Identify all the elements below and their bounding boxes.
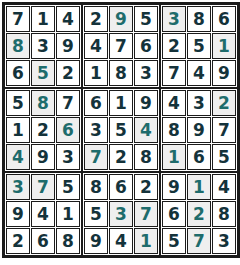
cell-r3c5[interactable]: 8 xyxy=(109,60,133,86)
cell-r2c7[interactable]: 2 xyxy=(162,33,186,59)
cell-r8c4[interactable]: 5 xyxy=(84,201,108,227)
cell-r4c2[interactable]: 8 xyxy=(31,90,55,116)
cell-r9c9[interactable]: 3 xyxy=(212,228,236,254)
cell-r3c9[interactable]: 9 xyxy=(212,60,236,86)
cell-r5c7[interactable]: 8 xyxy=(162,117,186,143)
cell-r7c1[interactable]: 3 xyxy=(6,174,30,200)
cell-r5c5[interactable]: 5 xyxy=(109,117,133,143)
cell-r2c1[interactable]: 8 xyxy=(6,33,30,59)
cell-r6c3[interactable]: 3 xyxy=(56,144,80,170)
cell-r8c9[interactable]: 8 xyxy=(212,201,236,227)
cell-r2c6[interactable]: 6 xyxy=(134,33,158,59)
cell-r8c8[interactable]: 2 xyxy=(187,201,211,227)
cell-r5c2[interactable]: 2 xyxy=(31,117,55,143)
cell-r9c8[interactable]: 7 xyxy=(187,228,211,254)
cell-r3c8[interactable]: 4 xyxy=(187,60,211,86)
cell-r3c4[interactable]: 1 xyxy=(84,60,108,86)
cell-r2c5[interactable]: 7 xyxy=(109,33,133,59)
box-6: 432897165 xyxy=(161,89,237,171)
cell-r4c5[interactable]: 1 xyxy=(109,90,133,116)
cell-r7c8[interactable]: 1 xyxy=(187,174,211,200)
box-1: 714839652 xyxy=(5,5,81,87)
cell-r5c3[interactable]: 6 xyxy=(56,117,80,143)
cell-r7c6[interactable]: 2 xyxy=(134,174,158,200)
cell-r8c7[interactable]: 6 xyxy=(162,201,186,227)
cell-r5c8[interactable]: 9 xyxy=(187,117,211,143)
cell-r2c2[interactable]: 3 xyxy=(31,33,55,59)
cell-r4c3[interactable]: 7 xyxy=(56,90,80,116)
cell-r1c7[interactable]: 3 xyxy=(162,6,186,32)
sudoku-board: 7148396522954761833862517495871264936193… xyxy=(2,2,240,258)
cell-r7c5[interactable]: 6 xyxy=(109,174,133,200)
cell-r9c2[interactable]: 6 xyxy=(31,228,55,254)
cell-r1c3[interactable]: 4 xyxy=(56,6,80,32)
cell-r3c6[interactable]: 3 xyxy=(134,60,158,86)
cell-r4c9[interactable]: 2 xyxy=(212,90,236,116)
cell-r9c4[interactable]: 9 xyxy=(84,228,108,254)
cell-r1c4[interactable]: 2 xyxy=(84,6,108,32)
cell-r8c2[interactable]: 4 xyxy=(31,201,55,227)
cell-r7c2[interactable]: 7 xyxy=(31,174,55,200)
cell-r8c6[interactable]: 7 xyxy=(134,201,158,227)
cell-r6c6[interactable]: 8 xyxy=(134,144,158,170)
box-3: 386251749 xyxy=(161,5,237,87)
cell-r4c1[interactable]: 5 xyxy=(6,90,30,116)
cell-r2c3[interactable]: 9 xyxy=(56,33,80,59)
cell-r4c6[interactable]: 9 xyxy=(134,90,158,116)
cell-r1c8[interactable]: 8 xyxy=(187,6,211,32)
box-8: 862537941 xyxy=(83,173,159,255)
cell-r1c2[interactable]: 1 xyxy=(31,6,55,32)
cell-r6c5[interactable]: 2 xyxy=(109,144,133,170)
cell-r9c1[interactable]: 2 xyxy=(6,228,30,254)
cell-r2c4[interactable]: 4 xyxy=(84,33,108,59)
box-7: 375941268 xyxy=(5,173,81,255)
cell-r3c3[interactable]: 2 xyxy=(56,60,80,86)
cell-r6c1[interactable]: 4 xyxy=(6,144,30,170)
cell-r9c3[interactable]: 8 xyxy=(56,228,80,254)
box-4: 587126493 xyxy=(5,89,81,171)
cell-r9c7[interactable]: 5 xyxy=(162,228,186,254)
cell-r6c2[interactable]: 9 xyxy=(31,144,55,170)
cell-r9c6[interactable]: 1 xyxy=(134,228,158,254)
cell-r2c8[interactable]: 5 xyxy=(187,33,211,59)
cell-r2c9[interactable]: 1 xyxy=(212,33,236,59)
cell-r3c7[interactable]: 7 xyxy=(162,60,186,86)
cell-r8c5[interactable]: 3 xyxy=(109,201,133,227)
cell-r6c4[interactable]: 7 xyxy=(84,144,108,170)
cell-r7c4[interactable]: 8 xyxy=(84,174,108,200)
cell-r6c9[interactable]: 5 xyxy=(212,144,236,170)
cell-r5c9[interactable]: 7 xyxy=(212,117,236,143)
cell-r4c4[interactable]: 6 xyxy=(84,90,108,116)
cell-r5c1[interactable]: 1 xyxy=(6,117,30,143)
box-5: 619354728 xyxy=(83,89,159,171)
cell-r5c6[interactable]: 4 xyxy=(134,117,158,143)
cell-r7c3[interactable]: 5 xyxy=(56,174,80,200)
cell-r6c8[interactable]: 6 xyxy=(187,144,211,170)
cell-r5c4[interactable]: 3 xyxy=(84,117,108,143)
cell-r9c5[interactable]: 4 xyxy=(109,228,133,254)
cell-r8c1[interactable]: 9 xyxy=(6,201,30,227)
cell-r1c9[interactable]: 6 xyxy=(212,6,236,32)
box-9: 914628573 xyxy=(161,173,237,255)
cell-r1c5[interactable]: 9 xyxy=(109,6,133,32)
box-2: 295476183 xyxy=(83,5,159,87)
cell-r3c2[interactable]: 5 xyxy=(31,60,55,86)
cell-r4c7[interactable]: 4 xyxy=(162,90,186,116)
cell-r4c8[interactable]: 3 xyxy=(187,90,211,116)
cell-r3c1[interactable]: 6 xyxy=(6,60,30,86)
cell-r7c7[interactable]: 9 xyxy=(162,174,186,200)
cell-r6c7[interactable]: 1 xyxy=(162,144,186,170)
cell-r7c9[interactable]: 4 xyxy=(212,174,236,200)
cell-r8c3[interactable]: 1 xyxy=(56,201,80,227)
cell-r1c6[interactable]: 5 xyxy=(134,6,158,32)
cell-r1c1[interactable]: 7 xyxy=(6,6,30,32)
